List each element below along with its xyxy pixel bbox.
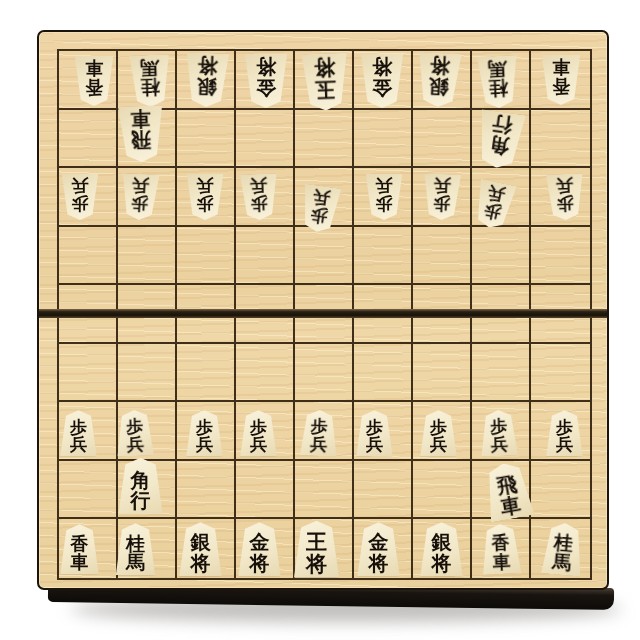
piece-knight-bottom[interactable]: 桂馬 bbox=[540, 522, 585, 577]
piece-pawn-bottom[interactable]: 歩兵 bbox=[356, 410, 394, 456]
kanji-glyph: 兵 bbox=[196, 177, 213, 194]
piece-pawn-top[interactable]: 歩兵 bbox=[365, 174, 403, 220]
kanji-glyph: 兵 bbox=[250, 436, 267, 453]
kanji-glyph: 歩 bbox=[130, 194, 148, 212]
kanji-glyph: 金 bbox=[372, 78, 392, 98]
piece-knight-top[interactable]: 桂馬 bbox=[476, 55, 520, 109]
kanji-glyph: 歩 bbox=[250, 194, 268, 212]
kanji-glyph: 桂 bbox=[140, 77, 160, 97]
kanji-glyph: 銀 bbox=[428, 76, 449, 97]
kanji-glyph: 兵 bbox=[126, 436, 144, 454]
piece-gold-bottom[interactable]: 金将 bbox=[357, 522, 401, 576]
kanji-glyph: 兵 bbox=[196, 436, 213, 453]
kanji-glyph: 将 bbox=[306, 553, 327, 574]
kanji-glyph: 歩 bbox=[556, 194, 574, 212]
kanji-glyph: 玉 bbox=[314, 78, 336, 100]
kanji-glyph: 兵 bbox=[131, 177, 149, 195]
kanji-glyph: 将 bbox=[250, 553, 270, 573]
kanji-glyph: 兵 bbox=[249, 177, 267, 195]
piece-king-top-top[interactable]: 玉将 bbox=[300, 53, 349, 112]
kanji-glyph: 兵 bbox=[556, 436, 573, 453]
kanji-glyph: 行 bbox=[131, 490, 151, 510]
kanji-glyph: 歩 bbox=[432, 194, 450, 212]
kanji-glyph: 兵 bbox=[70, 436, 87, 453]
kanji-glyph: 飛 bbox=[130, 129, 151, 150]
kanji-glyph: 将 bbox=[191, 553, 211, 573]
kanji-glyph: 馬 bbox=[551, 552, 572, 573]
kanji-glyph: 桂 bbox=[126, 534, 145, 553]
kanji-glyph: 馬 bbox=[139, 58, 159, 78]
kanji-glyph: 金 bbox=[250, 532, 270, 552]
kanji-glyph: 兵 bbox=[430, 436, 447, 453]
piece-pawn-bottom[interactable]: 歩兵 bbox=[60, 410, 98, 456]
kanji-glyph: 香 bbox=[71, 535, 89, 553]
kanji-glyph: 兵 bbox=[490, 436, 508, 454]
kanji-glyph: 兵 bbox=[71, 177, 88, 194]
kanji-glyph: 兵 bbox=[375, 177, 392, 194]
piece-pawn-bottom[interactable]: 歩兵 bbox=[546, 410, 584, 456]
kanji-glyph: 将 bbox=[256, 57, 276, 77]
piece-bishop-bottom[interactable]: 角行 bbox=[118, 458, 164, 514]
kanji-glyph: 角 bbox=[131, 470, 151, 490]
kanji-glyph: 兵 bbox=[311, 188, 330, 208]
piece-king-bottom-bottom[interactable]: 王将 bbox=[293, 521, 340, 578]
piece-pawn-top[interactable]: 歩兵 bbox=[119, 173, 159, 221]
piece-silver-bottom[interactable]: 銀将 bbox=[420, 522, 464, 576]
kanji-glyph: 将 bbox=[372, 57, 392, 77]
piece-gold-top[interactable]: 金将 bbox=[244, 54, 288, 108]
piece-pawn-top[interactable]: 歩兵 bbox=[61, 174, 99, 220]
kanji-glyph: 桂 bbox=[488, 78, 508, 98]
piece-rook-top[interactable]: 飛車 bbox=[117, 105, 165, 163]
kanji-glyph: 馬 bbox=[487, 59, 507, 79]
kanji-glyph: 馬 bbox=[126, 553, 145, 572]
piece-rook-bottom[interactable]: 飛車 bbox=[480, 459, 535, 522]
kanji-glyph: 銀 bbox=[432, 532, 452, 552]
piece-silver-bottom[interactable]: 銀将 bbox=[179, 522, 223, 576]
kanji-glyph: 車 bbox=[498, 494, 521, 518]
kanji-glyph: 将 bbox=[313, 56, 335, 78]
kanji-glyph: 金 bbox=[256, 78, 276, 98]
piece-bishop-top[interactable]: 角行 bbox=[473, 109, 526, 171]
kanji-glyph: 兵 bbox=[486, 184, 506, 204]
kanji-glyph: 行 bbox=[490, 114, 513, 137]
piece-gold-top[interactable]: 金将 bbox=[360, 54, 404, 108]
fold-seam bbox=[39, 309, 607, 318]
piece-pawn-top[interactable]: 歩兵 bbox=[422, 174, 462, 221]
piece-pawn-top[interactable]: 歩兵 bbox=[545, 174, 585, 221]
shogi-board: 香車桂馬銀将金将玉将金将銀将桂馬香車飛車角行歩兵歩兵歩兵歩兵歩兵歩兵歩兵歩兵歩兵… bbox=[37, 30, 609, 590]
kanji-glyph: 銀 bbox=[196, 76, 217, 97]
piece-pawn-top[interactable]: 歩兵 bbox=[470, 179, 517, 232]
kanji-glyph: 車 bbox=[85, 59, 103, 77]
kanji-glyph: 歩 bbox=[196, 195, 213, 212]
piece-lance-top[interactable]: 香車 bbox=[541, 55, 581, 105]
piece-pawn-top[interactable]: 歩兵 bbox=[239, 174, 279, 221]
kanji-glyph: 車 bbox=[492, 552, 511, 571]
kanji-glyph: 将 bbox=[432, 553, 452, 573]
piece-silver-top[interactable]: 銀将 bbox=[184, 52, 230, 108]
piece-silver-top[interactable]: 銀将 bbox=[415, 52, 462, 108]
kanji-glyph: 兵 bbox=[366, 436, 383, 453]
piece-pawn-bottom[interactable]: 歩兵 bbox=[479, 410, 519, 457]
kanji-glyph: 香 bbox=[552, 77, 570, 95]
piece-pawn-bottom[interactable]: 歩兵 bbox=[420, 410, 458, 456]
piece-pawn-bottom[interactable]: 歩兵 bbox=[299, 410, 339, 457]
piece-lance-bottom[interactable]: 香車 bbox=[60, 524, 100, 574]
piece-knight-top[interactable]: 桂馬 bbox=[128, 55, 171, 108]
kanji-glyph: 歩 bbox=[71, 195, 88, 212]
piece-pawn-top[interactable]: 歩兵 bbox=[186, 174, 224, 220]
kanji-glyph: 香 bbox=[85, 78, 103, 96]
kanji-glyph: 歩 bbox=[375, 195, 392, 212]
piece-pawn-bottom[interactable]: 歩兵 bbox=[186, 410, 224, 456]
piece-pawn-bottom[interactable]: 歩兵 bbox=[240, 410, 278, 456]
piece-pawn-bottom[interactable]: 歩兵 bbox=[115, 410, 155, 457]
kanji-glyph: 兵 bbox=[309, 436, 327, 454]
kanji-glyph: 車 bbox=[552, 58, 570, 76]
kanji-glyph: 将 bbox=[197, 56, 218, 77]
piece-pawn-top[interactable]: 歩兵 bbox=[297, 184, 341, 235]
kanji-glyph: 兵 bbox=[555, 177, 573, 195]
kanji-glyph: 車 bbox=[71, 553, 89, 571]
kanji-glyph: 車 bbox=[130, 108, 151, 129]
kanji-glyph: 兵 bbox=[433, 177, 451, 195]
piece-lance-bottom[interactable]: 香車 bbox=[479, 523, 522, 575]
piece-lance-top[interactable]: 香車 bbox=[74, 56, 114, 106]
piece-knight-bottom[interactable]: 桂馬 bbox=[115, 523, 156, 575]
piece-gold-bottom[interactable]: 金将 bbox=[238, 522, 282, 576]
kanji-glyph: 将 bbox=[369, 553, 389, 573]
kanji-glyph: 金 bbox=[369, 532, 389, 552]
kanji-glyph: 王 bbox=[306, 532, 327, 553]
kanji-glyph: 将 bbox=[429, 56, 450, 77]
kanji-glyph: 銀 bbox=[191, 532, 211, 552]
product-photo: 香車桂馬銀将金将玉将金将銀将桂馬香車飛車角行歩兵歩兵歩兵歩兵歩兵歩兵歩兵歩兵歩兵… bbox=[0, 0, 640, 640]
